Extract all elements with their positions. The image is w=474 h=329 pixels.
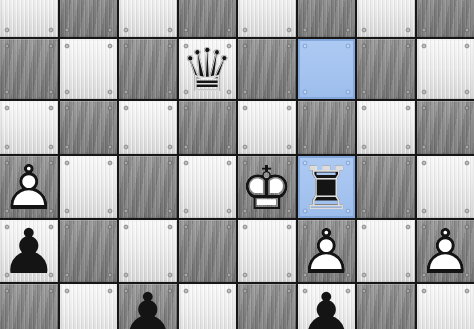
square-e5[interactable]: ♚♔ (238, 156, 296, 218)
square-a5[interactable]: ♟♙ (0, 156, 58, 218)
square-d8[interactable] (179, 0, 237, 37)
square-h7[interactable] (417, 39, 474, 99)
square-h5[interactable] (417, 156, 474, 218)
square-b5[interactable] (60, 156, 118, 218)
square-e8[interactable] (238, 0, 296, 37)
black-pawn-glyph: ♟ (120, 285, 176, 329)
square-f7[interactable] (298, 39, 356, 99)
square-c8[interactable] (119, 0, 177, 37)
square-f4[interactable]: ♟♙ (298, 220, 356, 282)
square-a6[interactable] (0, 101, 58, 155)
square-g7[interactable] (357, 39, 415, 99)
square-e6[interactable] (238, 101, 296, 155)
square-a3[interactable] (0, 284, 58, 329)
square-f3[interactable]: ♟ (298, 284, 356, 329)
piece-black-queen[interactable]: ♛♕ (179, 40, 237, 100)
piece-black-pawn[interactable]: ♟ (119, 285, 177, 329)
square-c3[interactable]: ♟ (119, 284, 177, 329)
piece-white-pawn[interactable]: ♟♙ (0, 157, 58, 219)
square-g5[interactable] (357, 156, 415, 218)
chess-board-viewport: ♛♕♟♙♚♔♜♖♟♟♙♟♙♟♟ (0, 0, 474, 329)
piece-white-king[interactable]: ♚♔ (238, 157, 296, 219)
square-h6[interactable] (417, 101, 474, 155)
square-b3[interactable] (60, 284, 118, 329)
white-pawn-glyph: ♟ (417, 221, 473, 283)
chess-board: ♛♕♟♙♚♔♜♖♟♟♙♟♙♟♟ (0, 0, 474, 329)
square-e3[interactable] (238, 284, 296, 329)
square-b6[interactable] (60, 101, 118, 155)
square-e7[interactable] (238, 39, 296, 99)
square-g8[interactable] (357, 0, 415, 37)
white-pawn-glyph: ♟ (298, 221, 354, 283)
square-h8[interactable] (417, 0, 474, 37)
square-h4[interactable]: ♟♙ (417, 220, 474, 282)
piece-white-pawn[interactable]: ♟♙ (298, 221, 356, 283)
white-pawn-glyph: ♟ (1, 157, 57, 219)
square-h3[interactable] (417, 284, 474, 329)
square-d6[interactable] (179, 101, 237, 155)
black-pawn-glyph: ♟ (1, 221, 57, 283)
piece-black-pawn[interactable]: ♟ (298, 285, 356, 329)
square-f5[interactable]: ♜♖ (298, 156, 356, 218)
square-f6[interactable] (298, 101, 356, 155)
black-queen-glyph: ♛ (180, 40, 234, 100)
square-g6[interactable] (357, 101, 415, 155)
piece-black-pawn[interactable]: ♟ (0, 221, 58, 283)
square-c5[interactable] (119, 156, 177, 218)
square-d3[interactable] (179, 284, 237, 329)
square-a4[interactable]: ♟ (0, 220, 58, 282)
square-a7[interactable] (0, 39, 58, 99)
square-d7[interactable]: ♛♕ (179, 39, 237, 99)
black-pawn-glyph: ♟ (298, 285, 354, 329)
square-d5[interactable] (179, 156, 237, 218)
square-e4[interactable] (238, 220, 296, 282)
square-a8[interactable] (0, 0, 58, 37)
square-b7[interactable] (60, 39, 118, 99)
square-b8[interactable] (60, 0, 118, 37)
square-d4[interactable] (179, 220, 237, 282)
piece-white-pawn[interactable]: ♟♙ (417, 221, 474, 283)
square-g3[interactable] (357, 284, 415, 329)
square-b4[interactable] (60, 220, 118, 282)
black-rook-glyph: ♜ (299, 158, 353, 218)
white-king-glyph: ♚ (240, 158, 294, 218)
square-f8[interactable] (298, 0, 356, 37)
square-c4[interactable] (119, 220, 177, 282)
square-c7[interactable] (119, 39, 177, 99)
square-c6[interactable] (119, 101, 177, 155)
piece-black-rook[interactable]: ♜♖ (298, 157, 356, 219)
square-g4[interactable] (357, 220, 415, 282)
